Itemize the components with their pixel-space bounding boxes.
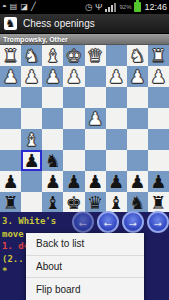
square-g3[interactable]: [21, 87, 42, 108]
square-h8[interactable]: ♜: [0, 192, 21, 213]
square-c5[interactable]: [106, 129, 127, 150]
square-h7[interactable]: ♟: [0, 171, 21, 192]
piece-white-pawn: ♟: [66, 66, 82, 87]
square-a8[interactable]: ♜: [148, 192, 169, 213]
chess-board[interactable]: ♜♞♝♚♛♞♜♟♟♟♟♟♟♟♟♝♟♞♟♟♟♟♟♟♟♜♝♚♛♝♞♜: [0, 45, 169, 213]
piece-black-pawn: ♟: [24, 150, 40, 171]
antenna-icon: Ψ: [95, 0, 103, 14]
square-a7[interactable]: ♟: [148, 171, 169, 192]
opening-name: Trompowsky, Other: [3, 36, 68, 43]
piece-white-knight: ♞: [24, 45, 40, 66]
square-c7[interactable]: ♟: [106, 171, 127, 192]
square-a2[interactable]: ♟: [148, 66, 169, 87]
square-e2[interactable]: ♟: [63, 66, 84, 87]
piece-white-pawn: ♟: [45, 66, 61, 87]
square-c3[interactable]: [106, 87, 127, 108]
move-line: 3. White's: [2, 215, 56, 228]
square-c4[interactable]: [106, 108, 127, 129]
notification-screenshot-icon: ◪: [20, 0, 28, 14]
square-e7[interactable]: ♟: [63, 171, 84, 192]
alarm-icon: ◷: [85, 0, 93, 14]
square-f2[interactable]: ♟: [42, 66, 63, 87]
status-bar: ◓▤◪╱ ◷ Ψ 92% 12:46: [0, 0, 169, 14]
square-f5[interactable]: [42, 129, 63, 150]
square-h3[interactable]: [0, 87, 21, 108]
square-d4[interactable]: ♟: [85, 108, 106, 129]
square-d5[interactable]: [85, 129, 106, 150]
go-to-end-button[interactable]: →: [147, 211, 169, 233]
opening-name-header: Trompowsky, Other: [0, 34, 169, 45]
piece-white-pawn: ♟: [108, 66, 124, 87]
notification-pencil-icon: ╱: [31, 0, 36, 14]
square-g2[interactable]: ♟: [21, 66, 42, 87]
square-a5[interactable]: [148, 129, 169, 150]
phone-screen: ◓▤◪╱ ◷ Ψ 92% 12:46 ♞ Chess openings Trom…: [0, 0, 169, 300]
piece-white-bishop: ♝: [24, 129, 40, 150]
square-h1[interactable]: ♜: [0, 45, 21, 66]
piece-white-pawn: ♟: [150, 66, 166, 87]
square-d1[interactable]: ♛: [85, 45, 106, 66]
square-g7[interactable]: [21, 171, 42, 192]
piece-black-pawn: ♟: [129, 171, 145, 192]
piece-black-pawn: ♟: [150, 171, 166, 192]
piece-white-pawn: ♟: [129, 66, 145, 87]
square-g8[interactable]: [21, 192, 42, 213]
menu-item-back-to-list[interactable]: Back to list: [26, 233, 144, 255]
app-title: Chess openings: [23, 18, 95, 29]
piece-white-knight: ♞: [129, 45, 145, 66]
square-h5[interactable]: [0, 129, 21, 150]
square-b3[interactable]: [127, 87, 148, 108]
clock-time: 12:46: [144, 2, 167, 12]
square-e5[interactable]: [63, 129, 84, 150]
piece-black-bishop: ♝: [45, 192, 61, 213]
piece-black-rook: ♜: [2, 192, 18, 213]
piece-black-knight: ♞: [45, 150, 61, 171]
square-a4[interactable]: [148, 108, 169, 129]
piece-black-pawn: ♟: [66, 171, 82, 192]
square-g5[interactable]: ♝: [21, 129, 42, 150]
square-e4[interactable]: [63, 108, 84, 129]
piece-black-knight: ♞: [129, 192, 145, 213]
piece-white-pawn: ♟: [24, 66, 40, 87]
piece-black-pawn: ♟: [2, 171, 18, 192]
square-e1[interactable]: ♚: [63, 45, 84, 66]
square-b4[interactable]: [127, 108, 148, 129]
piece-white-pawn: ♟: [2, 66, 18, 87]
piece-black-king: ♚: [66, 192, 82, 213]
piece-white-rook: ♜: [150, 45, 166, 66]
square-g6[interactable]: ♟: [21, 150, 42, 171]
square-e3[interactable]: [63, 87, 84, 108]
square-c8[interactable]: ♝: [106, 192, 127, 213]
piece-black-rook: ♜: [150, 192, 166, 213]
piece-black-pawn: ♟: [45, 171, 61, 192]
signal-bars-icon: [105, 3, 116, 12]
square-a1[interactable]: ♜: [148, 45, 169, 66]
square-b5[interactable]: [127, 129, 148, 150]
square-b6[interactable]: [127, 150, 148, 171]
battery-percent: 92%: [119, 4, 131, 10]
square-f6[interactable]: ♞: [42, 150, 63, 171]
square-b8[interactable]: ♞: [127, 192, 148, 213]
square-b7[interactable]: ♟: [127, 171, 148, 192]
app-title-bar: ♞ Chess openings: [0, 14, 169, 34]
go-to-start-button[interactable]: ←: [72, 211, 94, 233]
square-b2[interactable]: ♟: [127, 66, 148, 87]
menu-item-flip-board[interactable]: Flip board: [26, 277, 144, 300]
previous-move-button[interactable]: ←: [97, 211, 119, 233]
move-navigation: ←←→→: [72, 211, 169, 233]
square-d8[interactable]: ♛: [85, 192, 106, 213]
battery-icon: [134, 2, 141, 12]
notification-circle-icon: ◓: [2, 0, 7, 14]
square-d3[interactable]: [85, 87, 106, 108]
piece-white-queen: ♛: [87, 45, 103, 66]
square-c6[interactable]: [106, 150, 127, 171]
menu-item-about[interactable]: About: [26, 255, 144, 278]
status-indicators: ◷ Ψ 92% 12:46: [85, 0, 167, 14]
context-menu: Back to listAboutFlip board: [26, 233, 144, 300]
square-d6[interactable]: [85, 150, 106, 171]
square-e6[interactable]: [63, 150, 84, 171]
square-f8[interactable]: ♝: [42, 192, 63, 213]
square-g1[interactable]: ♞: [21, 45, 42, 66]
piece-white-rook: ♜: [2, 45, 18, 66]
square-b1[interactable]: ♞: [127, 45, 148, 66]
square-c2[interactable]: ♟: [106, 66, 127, 87]
square-h6[interactable]: [0, 150, 21, 171]
notification-file-icon: ▤: [10, 0, 18, 14]
square-f4[interactable]: [42, 108, 63, 129]
square-f7[interactable]: ♟: [42, 171, 63, 192]
app-knight-icon: ♞: [4, 17, 17, 30]
piece-black-pawn: ♟: [108, 171, 124, 192]
next-move-button[interactable]: →: [122, 211, 144, 233]
piece-black-bishop: ♝: [108, 192, 124, 213]
square-d2[interactable]: [85, 66, 106, 87]
piece-white-king: ♚: [66, 45, 82, 66]
square-a3[interactable]: [148, 87, 169, 108]
square-f3[interactable]: [42, 87, 63, 108]
piece-white-bishop: ♝: [45, 45, 61, 66]
square-g4[interactable]: [21, 108, 42, 129]
square-a6[interactable]: [148, 150, 169, 171]
square-e8[interactable]: ♚: [63, 192, 84, 213]
piece-white-pawn: ♟: [87, 108, 103, 129]
square-d7[interactable]: ♟: [85, 171, 106, 192]
square-h4[interactable]: [0, 108, 21, 129]
piece-black-pawn: ♟: [87, 171, 103, 192]
square-f1[interactable]: ♝: [42, 45, 63, 66]
notification-icons: ◓▤◪╱: [2, 0, 36, 14]
square-c1[interactable]: [106, 45, 127, 66]
piece-black-queen: ♛: [87, 192, 103, 213]
square-h2[interactable]: ♟: [0, 66, 21, 87]
